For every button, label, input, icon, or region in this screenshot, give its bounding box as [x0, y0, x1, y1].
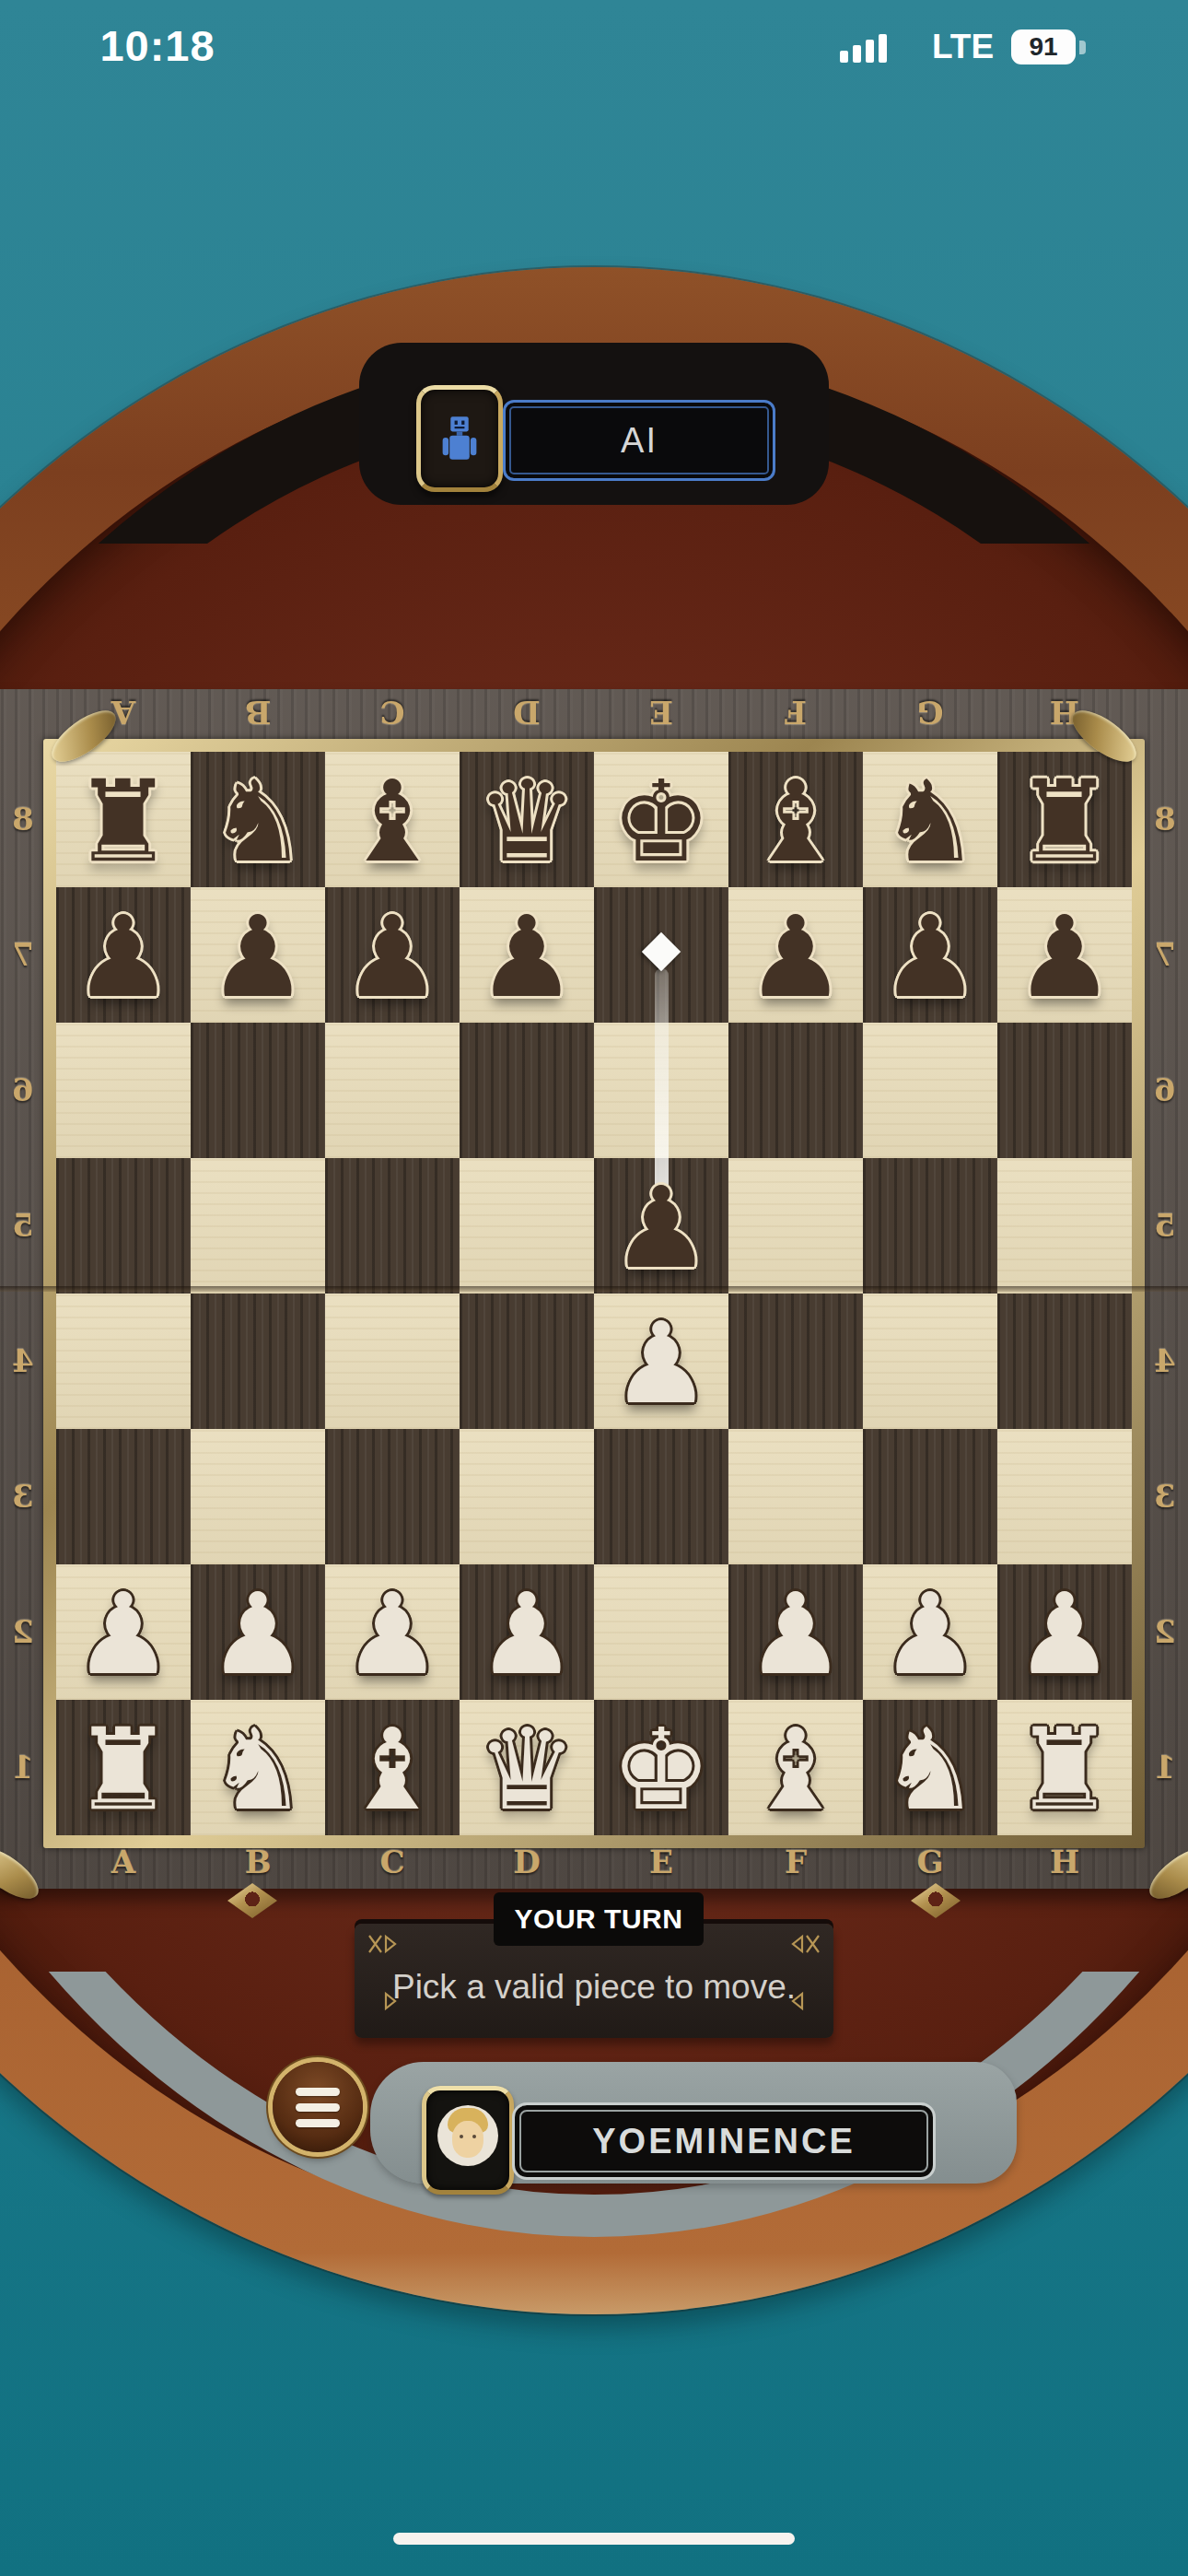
square-a4[interactable]	[56, 1294, 191, 1429]
piece-white-bishop-c1[interactable]: ♝	[325, 1700, 460, 1835]
square-a3[interactable]	[56, 1429, 191, 1564]
square-g5[interactable]	[863, 1158, 997, 1294]
piece-black-pawn-c7[interactable]: ♟	[325, 887, 460, 1023]
square-d5[interactable]	[460, 1158, 594, 1294]
square-c5[interactable]	[325, 1158, 460, 1294]
square-b3[interactable]	[191, 1429, 325, 1564]
rank-label-2: 2	[1144, 1564, 1186, 1700]
rank-labels-right: 87654321	[1144, 752, 1186, 1835]
network-type-label: LTE	[932, 28, 994, 66]
file-label-d: D	[460, 1841, 594, 1883]
piece-white-knight-b1[interactable]: ♞	[191, 1700, 325, 1835]
piece-white-pawn-e4[interactable]: ♟	[594, 1294, 728, 1429]
file-label-b: B	[191, 691, 325, 733]
piece-black-bishop-f8[interactable]: ♝	[728, 752, 863, 887]
square-c4[interactable]	[325, 1294, 460, 1429]
piece-black-pawn-e5[interactable]: ♟	[594, 1158, 728, 1294]
rank-label-1: 1	[2, 1700, 44, 1835]
cellular-signal-icon	[840, 33, 891, 66]
rank-label-8: 8	[2, 752, 44, 887]
square-f5[interactable]	[728, 1158, 863, 1294]
piece-black-pawn-g7[interactable]: ♟	[863, 887, 997, 1023]
home-indicator[interactable]	[393, 2533, 795, 2545]
square-c3[interactable]	[325, 1429, 460, 1564]
rank-label-2: 2	[2, 1564, 44, 1700]
square-f4[interactable]	[728, 1294, 863, 1429]
square-e3[interactable]	[594, 1429, 728, 1564]
status-time: 10:18	[79, 20, 236, 71]
file-label-d: D	[460, 691, 594, 733]
panel-ornament-icon	[367, 1933, 398, 1955]
square-b4[interactable]	[191, 1294, 325, 1429]
square-a6[interactable]	[56, 1023, 191, 1158]
square-h4[interactable]	[997, 1294, 1132, 1429]
piece-black-knight-g8[interactable]: ♞	[863, 752, 997, 887]
square-h3[interactable]	[997, 1429, 1132, 1564]
player-name: YOEMINENCE	[592, 2122, 855, 2161]
panel-ornament-icon	[367, 1990, 398, 2012]
piece-black-pawn-h7[interactable]: ♟	[997, 887, 1132, 1023]
file-label-e: E	[594, 1841, 728, 1883]
piece-white-pawn-b2[interactable]: ♟	[191, 1564, 325, 1700]
hint-message: Pick a valid piece to move.	[392, 1968, 796, 2007]
piece-black-king-e8[interactable]: ♚	[594, 752, 728, 887]
rank-label-8: 8	[1144, 752, 1186, 887]
opponent-avatar[interactable]	[416, 385, 503, 492]
robot-icon	[439, 414, 480, 463]
square-h5[interactable]	[997, 1158, 1132, 1294]
rank-labels-left: 87654321	[2, 752, 44, 1835]
piece-white-bishop-f1[interactable]: ♝	[728, 1700, 863, 1835]
file-label-g: G	[863, 691, 997, 733]
piece-white-rook-a1[interactable]: ♜	[56, 1700, 191, 1835]
rank-label-6: 6	[2, 1023, 44, 1158]
hamburger-icon	[296, 2103, 340, 2112]
piece-black-rook-a8[interactable]: ♜	[56, 752, 191, 887]
rank-label-5: 5	[2, 1158, 44, 1294]
piece-white-pawn-c2[interactable]: ♟	[325, 1564, 460, 1700]
piece-black-pawn-a7[interactable]: ♟	[56, 887, 191, 1023]
piece-white-pawn-h2[interactable]: ♟	[997, 1564, 1132, 1700]
turn-banner: YOUR TURN	[494, 1892, 704, 1946]
rank-label-7: 7	[1144, 887, 1186, 1023]
file-label-h: H	[997, 1841, 1132, 1883]
piece-white-queen-d1[interactable]: ♛	[460, 1700, 594, 1835]
square-b5[interactable]	[191, 1158, 325, 1294]
battery-nub	[1079, 41, 1086, 54]
file-label-f: F	[728, 1841, 863, 1883]
player-avatar[interactable]	[422, 2086, 514, 2195]
panel-ornament-icon	[790, 1990, 821, 2012]
square-b6[interactable]	[191, 1023, 325, 1158]
file-label-f: F	[728, 691, 863, 733]
piece-black-knight-b8[interactable]: ♞	[191, 752, 325, 887]
rank-label-5: 5	[1144, 1158, 1186, 1294]
piece-black-queen-d8[interactable]: ♛	[460, 752, 594, 887]
square-h6[interactable]	[997, 1023, 1132, 1158]
piece-white-king-e1[interactable]: ♚	[594, 1700, 728, 1835]
file-label-b: B	[191, 1841, 325, 1883]
square-f3[interactable]	[728, 1429, 863, 1564]
rank-label-4: 4	[1144, 1294, 1186, 1429]
opponent-name-pill: AI	[503, 400, 775, 481]
square-d4[interactable]	[460, 1294, 594, 1429]
rank-label-3: 3	[2, 1429, 44, 1564]
square-c6[interactable]	[325, 1023, 460, 1158]
piece-white-pawn-a2[interactable]: ♟	[56, 1564, 191, 1700]
square-a5[interactable]	[56, 1158, 191, 1294]
rank-label-1: 1	[1144, 1700, 1186, 1835]
file-labels-bottom: ABCDEFGH	[56, 1841, 1132, 1883]
battery-icon: 91	[1011, 29, 1076, 64]
square-g4[interactable]	[863, 1294, 997, 1429]
piece-white-rook-h1[interactable]: ♜	[997, 1700, 1132, 1835]
rank-label-3: 3	[1144, 1429, 1186, 1564]
piece-white-knight-g1[interactable]: ♞	[863, 1700, 997, 1835]
player-name-pill: YOEMINENCE	[512, 2102, 936, 2180]
piece-white-pawn-d2[interactable]: ♟	[460, 1564, 594, 1700]
piece-black-pawn-b7[interactable]: ♟	[191, 887, 325, 1023]
opponent-name: AI	[621, 421, 658, 461]
file-label-c: C	[325, 691, 460, 733]
rank-label-6: 6	[1144, 1023, 1186, 1158]
piece-white-pawn-f2[interactable]: ♟	[728, 1564, 863, 1700]
piece-black-bishop-c8[interactable]: ♝	[325, 752, 460, 887]
square-d6[interactable]	[460, 1023, 594, 1158]
file-label-e: E	[594, 691, 728, 733]
panel-ornament-icon	[790, 1933, 821, 1955]
memoji-avatar-icon	[437, 2105, 498, 2166]
square-g3[interactable]	[863, 1429, 997, 1564]
square-e2[interactable]	[594, 1564, 728, 1700]
battery-percent: 91	[1029, 32, 1057, 62]
piece-white-pawn-g2[interactable]: ♟	[863, 1564, 997, 1700]
square-g6[interactable]	[863, 1023, 997, 1158]
hamburger-icon	[296, 2119, 340, 2127]
square-f6[interactable]	[728, 1023, 863, 1158]
file-labels-top: ABCDEFGH	[56, 691, 1132, 733]
square-d3[interactable]	[460, 1429, 594, 1564]
rank-label-7: 7	[2, 887, 44, 1023]
rank-label-4: 4	[2, 1294, 44, 1429]
turn-banner-label: YOUR TURN	[515, 1903, 683, 1935]
file-label-a: A	[56, 1841, 191, 1883]
file-label-c: C	[325, 1841, 460, 1883]
piece-black-pawn-f7[interactable]: ♟	[728, 887, 863, 1023]
hamburger-icon	[296, 2088, 340, 2096]
piece-black-rook-h8[interactable]: ♜	[997, 752, 1132, 887]
file-label-g: G	[863, 1841, 997, 1883]
menu-button[interactable]	[273, 2062, 363, 2152]
piece-black-pawn-d7[interactable]: ♟	[460, 887, 594, 1023]
